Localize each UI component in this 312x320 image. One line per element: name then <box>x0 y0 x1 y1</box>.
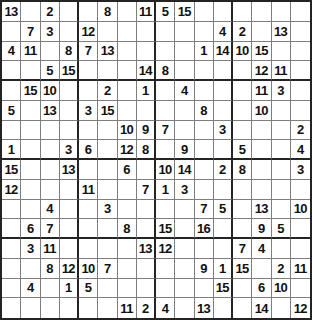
cell-r10c15[interactable] <box>272 180 291 200</box>
cell-r9c7: 6 <box>118 160 137 180</box>
cell-r13c4[interactable] <box>60 239 79 259</box>
cell-r5c1[interactable] <box>2 81 21 101</box>
cell-r16c10[interactable] <box>175 298 194 318</box>
cell-r9c9: 10 <box>156 160 175 180</box>
cell-r3c10[interactable] <box>175 42 194 62</box>
cell-r4c3: 5 <box>41 61 60 81</box>
cell-r4c2[interactable] <box>21 61 40 81</box>
cell-r2c8[interactable] <box>137 22 156 42</box>
cell-r4c10[interactable] <box>175 61 194 81</box>
cell-r15c7[interactable] <box>118 279 137 299</box>
cell-r13c7[interactable] <box>118 239 137 259</box>
cell-r15c10[interactable] <box>175 279 194 299</box>
cell-r11c9[interactable] <box>156 200 175 220</box>
cell-r8c15[interactable] <box>272 140 291 160</box>
cell-r1c1: 13 <box>2 2 21 22</box>
cell-r7c6[interactable] <box>98 121 117 141</box>
cell-r16c5[interactable] <box>79 298 98 318</box>
cell-r15c16[interactable] <box>291 279 310 299</box>
cell-r5c16[interactable] <box>291 81 310 101</box>
cell-r12c4[interactable] <box>60 219 79 239</box>
cell-r13c6[interactable] <box>98 239 117 259</box>
cell-r7c5[interactable] <box>79 121 98 141</box>
cell-r4c7[interactable] <box>118 61 137 81</box>
cell-r5c5[interactable] <box>79 81 98 101</box>
cell-r5c12[interactable] <box>214 81 233 101</box>
cell-r13c5[interactable] <box>79 239 98 259</box>
cell-r2c2: 7 <box>21 22 40 42</box>
cell-r5c6: 2 <box>98 81 117 101</box>
cell-r2c6[interactable] <box>98 22 117 42</box>
cell-r4c5[interactable] <box>79 61 98 81</box>
cell-r5c14: 11 <box>252 81 271 101</box>
cell-r3c2: 11 <box>21 42 40 62</box>
cell-r8c14[interactable] <box>252 140 271 160</box>
cell-r6c15[interactable] <box>272 101 291 121</box>
cell-r1c15[interactable] <box>272 2 291 22</box>
cell-r11c12: 5 <box>214 200 233 220</box>
cell-r8c3[interactable] <box>41 140 60 160</box>
cell-r13c8: 13 <box>137 239 156 259</box>
cell-r1c2[interactable] <box>21 2 40 22</box>
cell-r16c12[interactable] <box>214 298 233 318</box>
cell-r14c10[interactable] <box>175 259 194 279</box>
cell-r16c4[interactable] <box>60 298 79 318</box>
cell-r8c5: 6 <box>79 140 98 160</box>
cell-r9c14[interactable] <box>252 160 271 180</box>
cell-r1c9: 5 <box>156 2 175 22</box>
cell-r8c6[interactable] <box>98 140 117 160</box>
cell-r11c10[interactable] <box>175 200 194 220</box>
cell-r8c9[interactable] <box>156 140 175 160</box>
cell-r13c15[interactable] <box>272 239 291 259</box>
cell-r11c8[interactable] <box>137 200 156 220</box>
cell-r15c2: 4 <box>21 279 40 299</box>
cell-r6c7[interactable] <box>118 101 137 121</box>
cell-r6c6: 15 <box>98 101 117 121</box>
cell-r16c6[interactable] <box>98 298 117 318</box>
cell-r14c9[interactable] <box>156 259 175 279</box>
cell-r1c16[interactable] <box>291 2 310 22</box>
cell-r10c13[interactable] <box>233 180 252 200</box>
cell-r5c3: 10 <box>41 81 60 101</box>
cell-r2c16[interactable] <box>291 22 310 42</box>
cell-r6c10[interactable] <box>175 101 194 121</box>
cell-r11c7[interactable] <box>118 200 137 220</box>
cell-r3c9[interactable] <box>156 42 175 62</box>
cell-r4c9: 8 <box>156 61 175 81</box>
cell-r8c10: 9 <box>175 140 194 160</box>
cell-r4c13[interactable] <box>233 61 252 81</box>
cell-r6c13[interactable] <box>233 101 252 121</box>
cell-r1c8: 11 <box>137 2 156 22</box>
cell-r11c3: 4 <box>41 200 60 220</box>
cell-r5c15: 3 <box>272 81 291 101</box>
cell-r15c13[interactable] <box>233 279 252 299</box>
cell-r13c12[interactable] <box>214 239 233 259</box>
cell-r14c11: 9 <box>195 259 214 279</box>
cell-r12c6[interactable] <box>98 219 117 239</box>
cell-r2c15: 13 <box>272 22 291 42</box>
cell-r1c6: 8 <box>98 2 117 22</box>
cell-r6c8[interactable] <box>137 101 156 121</box>
cell-r15c3[interactable] <box>41 279 60 299</box>
cell-r1c11[interactable] <box>195 2 214 22</box>
cell-r12c7: 8 <box>118 219 137 239</box>
cell-r5c13[interactable] <box>233 81 252 101</box>
cell-r12c10[interactable] <box>175 219 194 239</box>
cell-r6c9[interactable] <box>156 101 175 121</box>
cell-r1c10: 15 <box>175 2 194 22</box>
cell-r4c14: 12 <box>252 61 271 81</box>
cell-r1c12[interactable] <box>214 2 233 22</box>
cell-r6c1: 5 <box>2 101 21 121</box>
cell-r16c16: 12 <box>291 298 310 318</box>
cell-r3c5: 7 <box>79 42 98 62</box>
cell-r10c14[interactable] <box>252 180 271 200</box>
cell-r14c3: 8 <box>41 259 60 279</box>
cell-r9c10: 14 <box>175 160 194 180</box>
cell-r6c12[interactable] <box>214 101 233 121</box>
cell-r10c7[interactable] <box>118 180 137 200</box>
cell-r13c2: 3 <box>21 239 40 259</box>
cell-r4c6[interactable] <box>98 61 117 81</box>
cell-r10c16[interactable] <box>291 180 310 200</box>
cell-r3c3[interactable] <box>41 42 60 62</box>
cell-r11c1[interactable] <box>2 200 21 220</box>
cell-r7c9: 7 <box>156 121 175 141</box>
cell-r2c3: 3 <box>41 22 60 42</box>
cell-r10c1: 12 <box>2 180 21 200</box>
cell-r7c14[interactable] <box>252 121 271 141</box>
cell-r9c6[interactable] <box>98 160 117 180</box>
cell-r14c5: 10 <box>79 259 98 279</box>
cell-r2c9[interactable] <box>156 22 175 42</box>
cell-r3c8[interactable] <box>137 42 156 62</box>
cell-r14c8[interactable] <box>137 259 156 279</box>
cell-r9c11[interactable] <box>195 160 214 180</box>
cell-r7c12: 3 <box>214 121 233 141</box>
cell-r11c11: 7 <box>195 200 214 220</box>
cell-r16c9: 4 <box>156 298 175 318</box>
cell-r7c3[interactable] <box>41 121 60 141</box>
cell-r11c14: 13 <box>252 200 271 220</box>
cell-r10c8: 7 <box>137 180 156 200</box>
cell-r5c11[interactable] <box>195 81 214 101</box>
cell-r11c4[interactable] <box>60 200 79 220</box>
cell-r16c13[interactable] <box>233 298 252 318</box>
cell-r10c3[interactable] <box>41 180 60 200</box>
cell-r15c9[interactable] <box>156 279 175 299</box>
cell-r10c9: 1 <box>156 180 175 200</box>
cell-r7c13[interactable] <box>233 121 252 141</box>
cell-r7c4[interactable] <box>60 121 79 141</box>
cell-r8c12[interactable] <box>214 140 233 160</box>
cell-r2c11[interactable] <box>195 22 214 42</box>
cell-r8c4: 3 <box>60 140 79 160</box>
cell-r13c9: 12 <box>156 239 175 259</box>
cell-r15c11[interactable] <box>195 279 214 299</box>
cell-r12c14: 9 <box>252 219 271 239</box>
cell-r10c10: 3 <box>175 180 194 200</box>
cell-r5c10: 4 <box>175 81 194 101</box>
cell-r15c15: 10 <box>272 279 291 299</box>
cell-r14c13: 15 <box>233 259 252 279</box>
cell-r9c15[interactable] <box>272 160 291 180</box>
cell-r16c7: 11 <box>118 298 137 318</box>
cell-r15c12: 15 <box>214 279 233 299</box>
cell-r1c3: 2 <box>41 2 60 22</box>
cell-r8c7: 12 <box>118 140 137 160</box>
cell-r5c8: 1 <box>137 81 156 101</box>
cell-r7c2[interactable] <box>21 121 40 141</box>
cell-r5c2: 15 <box>21 81 40 101</box>
cell-r2c5: 12 <box>79 22 98 42</box>
cell-r12c11: 16 <box>195 219 214 239</box>
cell-r3c11: 1 <box>195 42 214 62</box>
cell-r1c5[interactable] <box>79 2 98 22</box>
cell-r13c16[interactable] <box>291 239 310 259</box>
cell-r15c4: 1 <box>60 279 79 299</box>
cell-r6c11: 8 <box>195 101 214 121</box>
cell-r12c3: 7 <box>41 219 60 239</box>
cell-r15c8[interactable] <box>137 279 156 299</box>
cell-r16c2[interactable] <box>21 298 40 318</box>
cell-r14c16: 11 <box>291 259 310 279</box>
cell-r3c7[interactable] <box>118 42 137 62</box>
cell-r12c1[interactable] <box>2 219 21 239</box>
cell-r6c5: 3 <box>79 101 98 121</box>
cell-r12c5[interactable] <box>79 219 98 239</box>
cell-r16c11: 13 <box>195 298 214 318</box>
cell-r6c4[interactable] <box>60 101 79 121</box>
cell-r15c14: 6 <box>252 279 271 299</box>
cell-r11c15[interactable] <box>272 200 291 220</box>
cell-r14c14[interactable] <box>252 259 271 279</box>
cell-r13c3: 11 <box>41 239 60 259</box>
cell-r4c4: 15 <box>60 61 79 81</box>
cell-r3c1: 4 <box>2 42 21 62</box>
cell-r14c15: 2 <box>272 259 291 279</box>
cell-r2c14[interactable] <box>252 22 271 42</box>
cell-r11c13[interactable] <box>233 200 252 220</box>
cell-r10c12[interactable] <box>214 180 233 200</box>
cell-r8c16: 4 <box>291 140 310 160</box>
cell-r14c7[interactable] <box>118 259 137 279</box>
cell-r4c16[interactable] <box>291 61 310 81</box>
cell-r16c8: 2 <box>137 298 156 318</box>
cell-r4c8: 14 <box>137 61 156 81</box>
cell-r3c16[interactable] <box>291 42 310 62</box>
cell-r9c12: 2 <box>214 160 233 180</box>
cell-r2c13: 2 <box>233 22 252 42</box>
cell-r8c8: 8 <box>137 140 156 160</box>
cell-r14c2[interactable] <box>21 259 40 279</box>
cell-r2c10[interactable] <box>175 22 194 42</box>
cell-r3c12: 14 <box>214 42 233 62</box>
cell-r13c10[interactable] <box>175 239 194 259</box>
cell-r12c16[interactable] <box>291 219 310 239</box>
cell-r15c5: 5 <box>79 279 98 299</box>
cell-r8c2[interactable] <box>21 140 40 160</box>
cell-r16c1[interactable] <box>2 298 21 318</box>
cell-r11c5[interactable] <box>79 200 98 220</box>
cell-r7c15[interactable] <box>272 121 291 141</box>
cell-r9c3[interactable] <box>41 160 60 180</box>
cell-r11c2[interactable] <box>21 200 40 220</box>
cell-r4c11[interactable] <box>195 61 214 81</box>
cell-r6c14: 10 <box>252 101 271 121</box>
cell-r12c15: 5 <box>272 219 291 239</box>
cell-r4c12[interactable] <box>214 61 233 81</box>
cell-r1c13[interactable] <box>233 2 252 22</box>
cell-r4c15: 11 <box>272 61 291 81</box>
cell-r7c7: 10 <box>118 121 137 141</box>
cell-r7c10[interactable] <box>175 121 194 141</box>
cell-r4c1[interactable] <box>2 61 21 81</box>
cell-r10c4[interactable] <box>60 180 79 200</box>
cell-r3c15[interactable] <box>272 42 291 62</box>
cell-r9c8[interactable] <box>137 160 156 180</box>
cell-r2c1[interactable] <box>2 22 21 42</box>
cell-r9c13: 8 <box>233 160 252 180</box>
cell-r10c5: 11 <box>79 180 98 200</box>
cell-r12c9: 15 <box>156 219 175 239</box>
cell-r8c1: 1 <box>2 140 21 160</box>
cell-r2c12: 4 <box>214 22 233 42</box>
cell-r7c11[interactable] <box>195 121 214 141</box>
sudoku-board: 1328115157312421341187131141015515148121… <box>0 0 312 320</box>
cell-r10c2[interactable] <box>21 180 40 200</box>
cell-r16c15[interactable] <box>272 298 291 318</box>
cell-r10c11[interactable] <box>195 180 214 200</box>
cell-r9c4: 13 <box>60 160 79 180</box>
cell-r1c7[interactable] <box>118 2 137 22</box>
cell-r13c13: 7 <box>233 239 252 259</box>
cell-r14c6: 7 <box>98 259 117 279</box>
cell-r3c4: 8 <box>60 42 79 62</box>
cell-r7c1[interactable] <box>2 121 21 141</box>
cell-r13c14: 4 <box>252 239 271 259</box>
cell-r13c1[interactable] <box>2 239 21 259</box>
cell-r16c14: 14 <box>252 298 271 318</box>
cell-r2c4[interactable] <box>60 22 79 42</box>
cell-r6c2[interactable] <box>21 101 40 121</box>
cell-r14c4: 12 <box>60 259 79 279</box>
cell-r8c13: 5 <box>233 140 252 160</box>
cell-r12c8[interactable] <box>137 219 156 239</box>
cell-r14c1[interactable] <box>2 259 21 279</box>
cell-r9c2[interactable] <box>21 160 40 180</box>
cell-r8c11[interactable] <box>195 140 214 160</box>
cell-r12c2: 6 <box>21 219 40 239</box>
cell-r1c14[interactable] <box>252 2 271 22</box>
cell-r7c8: 9 <box>137 121 156 141</box>
cell-r9c16: 3 <box>291 160 310 180</box>
cell-r7c16: 2 <box>291 121 310 141</box>
cell-r5c4[interactable] <box>60 81 79 101</box>
cell-r5c7[interactable] <box>118 81 137 101</box>
cell-r2c7[interactable] <box>118 22 137 42</box>
cell-r1c4[interactable] <box>60 2 79 22</box>
cell-r3c14: 15 <box>252 42 271 62</box>
cell-r5c9[interactable] <box>156 81 175 101</box>
cell-r11c16: 10 <box>291 200 310 220</box>
cell-r10c6[interactable] <box>98 180 117 200</box>
cell-r3c13: 10 <box>233 42 252 62</box>
cell-r3c6: 13 <box>98 42 117 62</box>
cell-r15c1[interactable] <box>2 279 21 299</box>
cell-r16c3[interactable] <box>41 298 60 318</box>
cell-r9c1: 15 <box>2 160 21 180</box>
cell-r14c12: 1 <box>214 259 233 279</box>
cell-r15c6[interactable] <box>98 279 117 299</box>
cell-r6c3: 13 <box>41 101 60 121</box>
cell-r13c11[interactable] <box>195 239 214 259</box>
cell-r6c16[interactable] <box>291 101 310 121</box>
cell-r12c12[interactable] <box>214 219 233 239</box>
cell-r11c6: 3 <box>98 200 117 220</box>
cell-r12c13[interactable] <box>233 219 252 239</box>
cell-r9c5[interactable] <box>79 160 98 180</box>
